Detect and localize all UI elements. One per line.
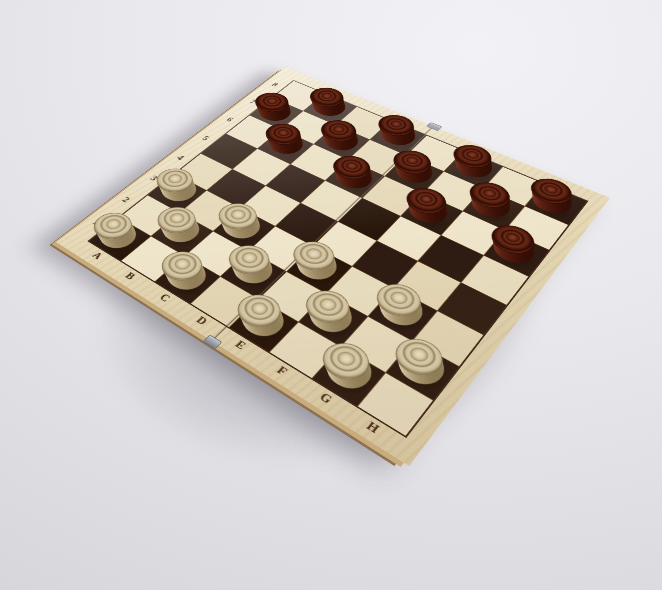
photo-scene: { "game": "checkers", "scene_title": "Wo… <box>0 0 662 590</box>
checker-black-b8[interactable] <box>308 95 352 121</box>
perspective-wrapper: 87654321 ABCDEFGH <box>0 0 662 590</box>
board: 87654321 ABCDEFGH <box>56 67 610 466</box>
